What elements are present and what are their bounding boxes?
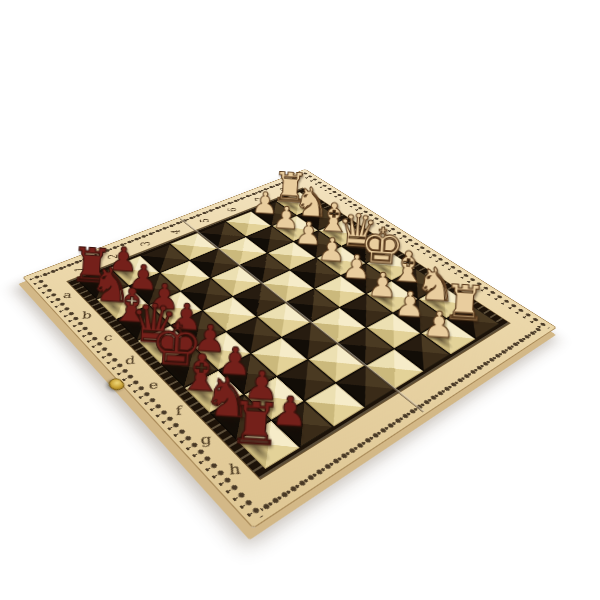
brass-clasp-icon (106, 377, 127, 393)
product-photo-canvas: ♜♞♝♛♚♝♞♜♟♟♟♟♟♟♟♟♟♟♟♟♟♟♟♟♜♞♝♛♚♝♞♜ abcdefg… (0, 0, 600, 600)
piece-maroon-rook-h1[interactable]: ♜ (228, 393, 284, 454)
piece-natural-pawn-f7[interactable]: ♟ (366, 267, 398, 302)
board-grid: ♜♞♝♛♚♝♞♜♟♟♟♟♟♟♟♟♟♟♟♟♟♟♟♟♜♞♝♛♚♝♞♜ (78, 192, 500, 469)
chess-board: ♜♞♝♛♚♝♞♜♟♟♟♟♟♟♟♟♟♟♟♟♟♟♟♟♜♞♝♛♚♝♞♜ abcdefg… (22, 169, 557, 529)
playing-field: ♜♞♝♛♚♝♞♜♟♟♟♟♟♟♟♟♟♟♟♟♟♟♟♟♜♞♝♛♚♝♞♜ (68, 188, 510, 479)
piece-natural-pawn-h7[interactable]: ♟ (422, 306, 456, 344)
piece-natural-pawn-g7[interactable]: ♟ (393, 286, 426, 322)
